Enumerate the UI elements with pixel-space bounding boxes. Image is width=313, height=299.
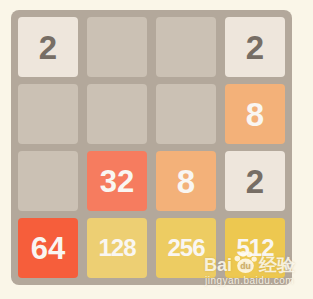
tile-128: 128 <box>87 218 147 278</box>
baidu-paw-icon: du <box>233 249 258 277</box>
watermark-logo-du: du <box>240 261 251 271</box>
watermark-url: jingyan.baidu.com <box>204 275 295 286</box>
watermark-brand: Bai du 经验 <box>204 249 295 274</box>
board-2048[interactable]: 228328264128256512 <box>11 10 292 285</box>
empty-cell <box>18 151 78 211</box>
empty-cell <box>87 84 147 144</box>
watermark-brand-prefix: Bai <box>204 256 232 274</box>
tile-32: 32 <box>87 151 147 211</box>
empty-cell <box>87 17 147 77</box>
baidu-watermark: Bai du 经验 jingyan.baidu.com <box>204 249 295 286</box>
tile-8: 8 <box>156 151 216 211</box>
tile-2: 2 <box>225 151 285 211</box>
tile-64: 64 <box>18 218 78 278</box>
tile-2: 2 <box>225 17 285 77</box>
page-background: { "game": "2048", "position": "2,_,_,2/_… <box>0 0 313 299</box>
tile-8: 8 <box>225 84 285 144</box>
empty-cell <box>156 84 216 144</box>
tile-2: 2 <box>18 17 78 77</box>
watermark-brand-suffix: 经验 <box>259 256 295 274</box>
empty-cell <box>18 84 78 144</box>
empty-cell <box>156 17 216 77</box>
